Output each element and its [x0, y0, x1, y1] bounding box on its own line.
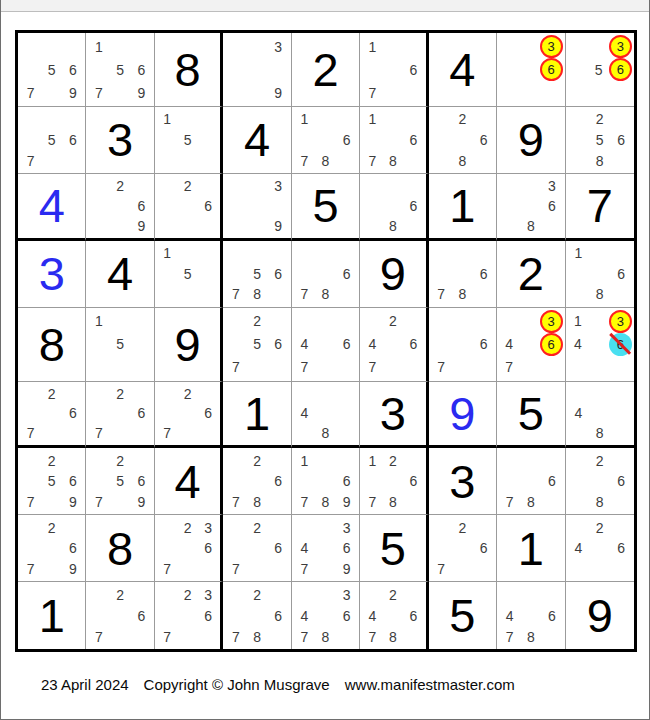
cell-r4c7[interactable]: 678	[429, 241, 497, 308]
cell-r7c5[interactable]: 16789	[292, 448, 360, 515]
cell-r5c8[interactable]: 3467	[497, 308, 565, 382]
candidate-grid: 4678	[497, 582, 564, 649]
candidate-digit: 6	[410, 609, 418, 623]
candidate-slot-4	[431, 538, 452, 559]
candidate-grid: 368	[497, 174, 564, 238]
cell-r7c4[interactable]: 2678	[223, 448, 291, 515]
candidate-slot-4: 4	[362, 605, 382, 626]
candidate-digit: 5	[253, 267, 261, 281]
candidate-slot-9	[611, 559, 632, 580]
cell-r8c4[interactable]: 267	[223, 515, 291, 582]
candidate-slot-4	[225, 263, 246, 284]
candidate-digit: 5	[48, 63, 56, 77]
candidate-slot-4	[499, 196, 520, 216]
candidate-slot-1	[362, 310, 382, 333]
candidate-slot-9: 9	[336, 559, 357, 580]
candidate-slot-3	[198, 109, 218, 130]
cell-r6c4[interactable]: 1	[223, 382, 291, 449]
cell-r6c3[interactable]: 267	[155, 382, 223, 449]
cell-r3c5[interactable]: 5	[292, 174, 360, 241]
candidate-slot-1: 1	[362, 450, 382, 471]
candidate-slot-7: 7	[499, 356, 519, 379]
candidate-digit: 5	[595, 63, 603, 77]
cell-r4c4[interactable]: 5678	[223, 241, 291, 308]
candidate-slot-5	[41, 538, 62, 559]
candidate-grid: 25679	[86, 448, 153, 514]
candidate-slot-4	[88, 58, 109, 81]
candidate-digit: 9	[137, 495, 145, 509]
cell-r6c9[interactable]: 48	[566, 382, 634, 449]
candidate-slot-8: 8	[246, 284, 267, 305]
cell-r8c9[interactable]: 246	[566, 515, 634, 582]
candidate-slot-1	[88, 450, 109, 471]
candidate-grid: 5679	[18, 33, 85, 106]
cell-r5c5[interactable]: 467	[292, 308, 360, 382]
candidate-slot-6	[611, 404, 632, 424]
candidate-digit: 7	[506, 495, 514, 509]
candidate-slot-3	[336, 109, 357, 130]
cell-r5c2[interactable]: 15	[86, 308, 154, 382]
candidate-digit: 8	[596, 154, 604, 168]
cell-r3c3[interactable]: 26	[155, 174, 223, 241]
candidate-digit: 3	[274, 179, 282, 193]
candidate-digit: 6	[343, 337, 351, 351]
candidate-slot-9	[611, 150, 632, 171]
candidate-digit: 7	[232, 630, 240, 644]
candidate-slot-5	[519, 58, 539, 81]
candidate-digit: 7	[27, 154, 35, 168]
cell-r1c5[interactable]: 2	[292, 33, 360, 107]
candidate-grid: 39	[223, 174, 290, 238]
candidate-slot-7: 7	[362, 626, 382, 647]
candidate-slot-6: 6	[62, 130, 83, 151]
candidate-slot-3	[268, 450, 289, 471]
cell-r3c1[interactable]: 4	[18, 174, 86, 241]
candidate-digit: 1	[369, 112, 377, 126]
candidate-slot-8	[452, 356, 473, 379]
candidate-slot-9: 9	[268, 81, 289, 104]
entered-digit: 4	[39, 182, 65, 229]
cell-r7c3[interactable]: 4	[155, 448, 223, 515]
given-digit: 8	[39, 321, 65, 368]
candidate-slot-6: 6	[268, 471, 289, 492]
candidate-slot-3	[131, 176, 152, 196]
cell-r1c4[interactable]: 39	[223, 33, 291, 107]
candidate-slot-6: 6	[403, 196, 423, 216]
candidate-digit: 6	[137, 609, 145, 623]
puzzle-window: 5679156798392167436356567315416781678268…	[0, 0, 650, 720]
cell-r1c6[interactable]: 167	[360, 33, 428, 107]
candidate-digit: 4	[300, 541, 308, 555]
candidate-slot-9	[541, 492, 562, 513]
candidate-slot-1	[225, 517, 246, 538]
candidate-digit: 6	[410, 474, 418, 488]
candidate-slot-3: 3	[540, 35, 563, 58]
cell-r1c7[interactable]: 4	[429, 33, 497, 107]
candidate-digit: 8	[596, 495, 604, 509]
candidate-slot-4	[20, 58, 41, 81]
candidate-grid: 267	[86, 582, 153, 649]
cell-r7c6[interactable]: 12678	[360, 448, 428, 515]
candidate-slot-2	[246, 243, 267, 264]
candidate-digit: 6	[343, 133, 351, 147]
sudoku-board: 5679156798392167436356567315416781678268…	[15, 30, 637, 652]
cell-r5c3[interactable]: 9	[155, 308, 223, 382]
cell-r6c8[interactable]: 5	[497, 382, 565, 449]
cell-r2c6[interactable]: 1678	[360, 107, 428, 174]
footer: 23 April 2024 Copyright © John Musgrave …	[41, 676, 515, 693]
cell-r8c6[interactable]: 5	[360, 515, 428, 582]
cell-r2c7[interactable]: 268	[429, 107, 497, 174]
candidate-grid: 68	[360, 174, 425, 238]
candidate-slot-8	[383, 356, 403, 379]
candidate-slot-6: 6	[131, 471, 152, 492]
candidate-digit: 9	[274, 219, 282, 233]
candidate-slot-1: 1	[362, 109, 382, 130]
candidate-grid: 269	[86, 174, 153, 238]
candidate-slot-9	[541, 216, 562, 236]
given-digit: 9	[587, 592, 613, 639]
candidate-digit: 6	[617, 133, 625, 147]
cell-r6c1[interactable]: 267	[18, 382, 86, 449]
cell-r6c2[interactable]: 267	[86, 382, 154, 449]
candidate-slot-5	[246, 471, 267, 492]
cell-r9c6[interactable]: 24678	[360, 582, 428, 649]
candidate-slot-7: 7	[294, 559, 315, 580]
candidate-digit: 7	[95, 630, 103, 644]
candidate-grid: 1678	[360, 107, 425, 173]
cell-r6c5[interactable]: 48	[292, 382, 360, 449]
cell-r8c1[interactable]: 2679	[18, 515, 86, 582]
candidate-slot-3	[473, 517, 494, 538]
candidate-slot-6: 6	[198, 538, 218, 559]
candidate-slot-7: 7	[431, 559, 452, 580]
candidate-digit: 2	[596, 521, 604, 535]
cell-r6c6[interactable]: 3	[360, 382, 428, 449]
candidate-digit: 4	[574, 406, 582, 420]
candidate-slot-8	[41, 492, 62, 513]
candidate-slot-9	[131, 423, 152, 443]
cell-r5c4[interactable]: 2567	[223, 308, 291, 382]
cell-r9c7[interactable]: 5	[429, 582, 497, 649]
candidate-slot-2	[383, 35, 403, 58]
cell-r7c9[interactable]: 268	[566, 448, 634, 515]
candidate-slot-9	[198, 423, 218, 443]
cell-r9c2[interactable]: 267	[86, 582, 154, 649]
candidate-grid: 48	[292, 382, 359, 446]
candidate-slot-5	[519, 333, 539, 356]
cell-r2c5[interactable]: 1678	[292, 107, 360, 174]
cell-r7c2[interactable]: 25679	[86, 448, 154, 515]
cell-r3c2[interactable]: 269	[86, 174, 154, 241]
candidate-digit: 6	[69, 133, 77, 147]
cell-r3c9[interactable]: 7	[566, 174, 634, 241]
candidate-digit: 6	[69, 406, 77, 420]
cell-r9c9[interactable]: 9	[566, 582, 634, 649]
candidate-slot-8	[41, 81, 62, 104]
candidate-slot-2: 2	[177, 517, 197, 538]
candidate-slot-1: 1	[294, 109, 315, 130]
candidate-digit: 6	[204, 199, 212, 213]
candidate-slot-9	[268, 492, 289, 513]
cell-r7c8[interactable]: 678	[497, 448, 565, 515]
candidate-slot-8: 8	[452, 284, 473, 305]
candidate-slot-1	[431, 310, 452, 333]
cell-r4c5[interactable]: 678	[292, 241, 360, 308]
candidate-slot-3	[473, 109, 494, 130]
candidate-slot-1	[499, 450, 520, 471]
candidate-slot-3: 3	[541, 176, 562, 196]
candidate-digit: 8	[527, 495, 535, 509]
candidate-slot-3	[198, 243, 218, 264]
cell-r9c8[interactable]: 4678	[497, 582, 565, 649]
candidate-slot-2: 2	[41, 450, 62, 471]
cell-r5c6[interactable]: 2467	[360, 308, 428, 382]
candidate-slot-1	[294, 243, 315, 264]
highlighted-candidate: 6	[609, 58, 632, 81]
cell-r2c3[interactable]: 15	[155, 107, 223, 174]
candidate-slot-9	[473, 150, 494, 171]
candidate-slot-3	[473, 310, 494, 333]
candidate-slot-8: 8	[383, 492, 403, 513]
cell-r6c7[interactable]: 9	[429, 382, 497, 449]
candidate-slot-7	[88, 356, 109, 379]
cell-r8c7[interactable]: 267	[429, 515, 497, 582]
candidate-slot-4	[157, 538, 177, 559]
candidate-grid: 567	[18, 107, 85, 173]
candidate-slot-6	[131, 333, 152, 356]
candidate-digit: 1	[163, 112, 171, 126]
candidate-digit: 6	[69, 63, 77, 77]
candidate-slot-3: 3	[268, 176, 289, 196]
candidate-slot-6: 6	[541, 605, 562, 626]
candidate-digit: 3	[343, 521, 351, 535]
cell-r2c9[interactable]: 2568	[566, 107, 634, 174]
candidate-slot-8	[110, 216, 131, 236]
candidate-digit: 7	[369, 495, 377, 509]
candidate-digit: 5	[184, 267, 192, 281]
candidate-digit: 6	[410, 133, 418, 147]
candidate-slot-2: 2	[383, 450, 403, 471]
candidate-slot-2	[588, 310, 609, 333]
candidate-grid: 267	[429, 515, 496, 581]
candidate-slot-8: 8	[589, 150, 610, 171]
candidate-slot-6: 6	[473, 333, 494, 356]
candidate-slot-2	[589, 384, 610, 404]
cell-r4c8[interactable]: 2	[497, 241, 565, 308]
cell-r7c1[interactable]: 25679	[18, 448, 86, 515]
candidate-slot-9: 9	[62, 81, 83, 104]
candidate-grid: 2367	[155, 515, 220, 581]
candidate-digit: 7	[27, 86, 35, 100]
candidate-slot-1	[499, 35, 519, 58]
candidate-slot-2	[177, 243, 197, 264]
candidate-slot-9	[131, 356, 152, 379]
candidate-slot-9: 9	[268, 216, 289, 236]
candidate-slot-8: 8	[520, 626, 541, 647]
candidate-slot-9	[131, 626, 152, 647]
candidate-slot-3	[403, 584, 423, 605]
candidate-digit: 1	[369, 454, 377, 468]
candidate-grid: 3467	[497, 308, 564, 381]
cell-r1c8[interactable]: 36	[497, 33, 565, 107]
candidate-slot-4	[157, 263, 177, 284]
candidate-slot-6	[336, 404, 357, 424]
cell-r1c1[interactable]: 5679	[18, 33, 86, 107]
candidate-slot-9	[336, 423, 357, 443]
cell-r8c2[interactable]: 8	[86, 515, 154, 582]
candidate-slot-9	[198, 284, 218, 305]
candidate-slot-2: 2	[41, 517, 62, 538]
candidate-slot-8	[110, 81, 131, 104]
candidate-slot-5: 5	[246, 263, 267, 284]
candidate-slot-4	[225, 196, 246, 216]
cell-r1c9[interactable]: 356	[566, 33, 634, 107]
cell-r5c1[interactable]: 8	[18, 308, 86, 382]
cell-r3c7[interactable]: 1	[429, 174, 497, 241]
cell-r3c6[interactable]: 68	[360, 174, 428, 241]
cell-r2c8[interactable]: 9	[497, 107, 565, 174]
candidate-slot-9	[611, 492, 632, 513]
cell-r5c7[interactable]: 67	[429, 308, 497, 382]
candidate-slot-5: 5	[177, 263, 197, 284]
cell-r3c4[interactable]: 39	[223, 174, 291, 241]
candidate-slot-6: 6	[198, 404, 218, 424]
cell-r2c2[interactable]: 3	[86, 107, 154, 174]
candidate-slot-3	[268, 310, 289, 333]
candidate-grid: 2568	[566, 107, 634, 173]
cell-r4c3[interactable]: 15	[155, 241, 223, 308]
candidate-digit: 6	[274, 337, 282, 351]
cell-r4c1[interactable]: 3	[18, 241, 86, 308]
candidate-grid: 2678	[223, 448, 290, 514]
candidate-grid: 167	[360, 33, 425, 106]
footer-website[interactable]: www.manifestmaster.com	[345, 676, 515, 693]
candidate-slot-9: 9	[62, 559, 83, 580]
cell-r7c7[interactable]: 3	[429, 448, 497, 515]
cell-r8c8[interactable]: 1	[497, 515, 565, 582]
candidate-slot-3	[403, 176, 423, 196]
cell-r8c5[interactable]: 34679	[292, 515, 360, 582]
candidate-slot-3	[336, 450, 357, 471]
candidate-slot-2	[41, 35, 62, 58]
footer-date: 23 April 2024	[41, 676, 129, 693]
given-digit: 7	[587, 182, 613, 229]
candidate-slot-4	[88, 605, 109, 626]
candidate-slot-2: 2	[246, 310, 267, 333]
candidate-slot-2: 2	[383, 310, 403, 333]
candidate-slot-6: 6	[403, 605, 423, 626]
candidate-slot-5	[246, 605, 267, 626]
candidate-digit: 7	[27, 495, 35, 509]
candidate-slot-8	[383, 81, 403, 104]
candidate-slot-5	[383, 471, 403, 492]
candidate-grid: 267	[18, 382, 85, 446]
candidate-slot-2: 2	[452, 517, 473, 538]
candidate-slot-6: 6	[403, 58, 423, 81]
candidate-slot-5	[452, 130, 473, 151]
candidate-slot-8	[177, 559, 197, 580]
cell-r1c2[interactable]: 15679	[86, 33, 154, 107]
candidate-slot-3	[268, 243, 289, 264]
candidate-slot-3: 3	[336, 517, 357, 538]
candidate-slot-6	[268, 196, 289, 216]
cell-r8c3[interactable]: 2367	[155, 515, 223, 582]
candidate-digit: 2	[389, 314, 397, 328]
candidate-digit: 7	[232, 562, 240, 576]
candidate-slot-1	[294, 384, 315, 404]
cell-r4c2[interactable]: 4	[86, 241, 154, 308]
candidate-slot-4	[20, 130, 41, 151]
candidate-grid: 467	[292, 308, 359, 381]
candidate-slot-1	[294, 517, 315, 538]
cell-r9c3[interactable]: 2367	[155, 582, 223, 649]
candidate-slot-3	[336, 243, 357, 264]
cell-r5c9[interactable]: 1346	[566, 308, 634, 382]
candidate-slot-8	[519, 81, 539, 104]
candidate-digit: 2	[458, 112, 466, 126]
candidate-slot-1	[568, 35, 589, 58]
candidate-slot-5: 5	[110, 58, 131, 81]
candidate-slot-7: 7	[499, 492, 520, 513]
candidate-slot-3	[611, 384, 632, 404]
candidate-digit: 8	[527, 219, 535, 233]
cell-r1c3[interactable]: 8	[155, 33, 223, 107]
cell-r3c8[interactable]: 368	[497, 174, 565, 241]
cell-r2c4[interactable]: 4	[223, 107, 291, 174]
cell-r4c6[interactable]: 9	[360, 241, 428, 308]
candidate-slot-5	[315, 605, 336, 626]
cell-r9c5[interactable]: 34678	[292, 582, 360, 649]
candidate-slot-5	[110, 404, 131, 424]
candidate-grid: 67	[429, 308, 496, 381]
candidate-slot-9: 9	[131, 492, 152, 513]
given-digit: 2	[312, 46, 338, 93]
candidate-slot-6: 6	[62, 58, 83, 81]
candidate-slot-4	[362, 471, 382, 492]
candidate-slot-2: 2	[246, 584, 267, 605]
candidate-slot-7: 7	[362, 81, 382, 104]
candidate-slot-4	[568, 471, 589, 492]
candidate-digit: 7	[232, 495, 240, 509]
candidate-slot-2: 2	[177, 584, 197, 605]
candidate-slot-9	[336, 284, 357, 305]
cell-r4c9[interactable]: 168	[566, 241, 634, 308]
cell-r9c4[interactable]: 2678	[223, 582, 291, 649]
candidate-slot-9	[611, 284, 632, 305]
candidate-slot-3	[131, 450, 152, 471]
candidate-slot-5	[520, 471, 541, 492]
candidate-slot-1	[225, 35, 246, 58]
candidate-grid: 1678	[292, 107, 359, 173]
candidate-slot-3	[473, 243, 494, 264]
candidate-slot-4	[157, 605, 177, 626]
candidate-digit: 8	[322, 287, 330, 301]
candidate-slot-1	[431, 109, 452, 130]
given-digit: 3	[449, 458, 475, 505]
candidate-slot-7	[568, 81, 589, 104]
cell-r2c1[interactable]: 567	[18, 107, 86, 174]
candidate-slot-3	[541, 450, 562, 471]
candidate-slot-9	[403, 150, 423, 171]
candidate-slot-3	[198, 384, 218, 404]
candidate-slot-1	[157, 384, 177, 404]
given-digit: 1	[39, 592, 65, 639]
candidate-digit: 6	[410, 63, 418, 77]
cell-r9c1[interactable]: 1	[18, 582, 86, 649]
candidate-slot-2	[520, 584, 541, 605]
candidate-slot-5	[589, 538, 610, 559]
